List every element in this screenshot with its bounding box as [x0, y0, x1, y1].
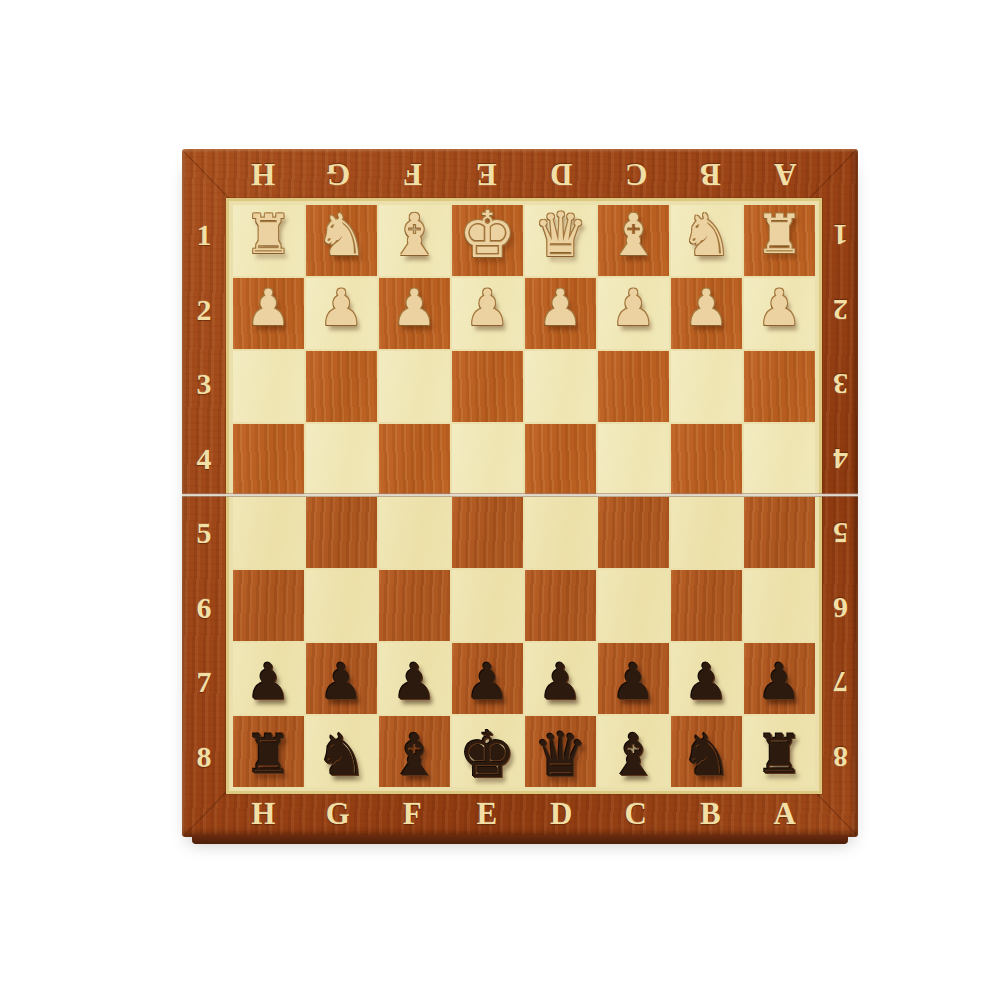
white-pawn-f2[interactable]: ♟	[392, 283, 437, 333]
black-knight-b8[interactable]: ♞	[681, 726, 733, 784]
file-label-bottom-c: C	[599, 794, 674, 834]
coordinate-text: B	[700, 796, 721, 832]
square-c2[interactable]: ♟	[598, 278, 669, 349]
coordinate-text: B	[700, 156, 721, 192]
file-label-bottom-f: F	[375, 794, 450, 834]
white-knight-g1[interactable]: ♞	[316, 206, 368, 264]
square-c6[interactable]	[598, 570, 669, 641]
file-label-bottom-d: D	[524, 794, 599, 834]
square-h3[interactable]	[233, 351, 304, 422]
file-label-top-e: E	[450, 151, 525, 197]
square-g7[interactable]: ♟	[306, 643, 377, 714]
rank-label-right-4: 4	[822, 422, 858, 497]
square-a8[interactable]: ♜	[744, 716, 815, 787]
black-pawn-b7[interactable]: ♟	[684, 657, 729, 707]
white-bishop-f1[interactable]: ♝	[389, 206, 441, 264]
square-c5[interactable]	[598, 497, 669, 568]
black-pawn-e7[interactable]: ♟	[465, 657, 510, 707]
white-queen-d1[interactable]: ♛	[533, 204, 588, 265]
square-g8[interactable]: ♞	[306, 716, 377, 787]
square-b6[interactable]	[671, 570, 742, 641]
square-a1[interactable]: ♜	[744, 205, 815, 276]
coordinate-text: 2	[197, 293, 212, 327]
white-pawn-g2[interactable]: ♟	[319, 283, 364, 333]
square-h1[interactable]: ♜	[233, 205, 304, 276]
file-label-bottom-b: B	[673, 794, 748, 834]
coordinate-text: H	[251, 796, 275, 832]
rank-label-right-5: 5	[822, 496, 858, 571]
coordinate-text: 2	[833, 293, 848, 327]
file-label-bottom-e: E	[450, 794, 525, 834]
square-h5[interactable]	[233, 497, 304, 568]
square-b3[interactable]	[671, 351, 742, 422]
file-label-top-b: B	[673, 151, 748, 197]
file-label-top-g: G	[301, 151, 376, 197]
coordinate-text: E	[476, 796, 497, 832]
rank-label-left-5: 5	[182, 496, 226, 571]
square-a2[interactable]: ♟	[744, 278, 815, 349]
file-label-top-d: D	[524, 151, 599, 197]
square-d5[interactable]	[525, 497, 596, 568]
coordinate-text: 4	[197, 442, 212, 476]
coordinate-text: A	[774, 156, 796, 192]
rank-label-right-3: 3	[822, 347, 858, 422]
square-h7[interactable]: ♟	[233, 643, 304, 714]
white-pawn-h2[interactable]: ♟	[246, 283, 291, 333]
rank-label-right-7: 7	[822, 645, 858, 720]
square-b4[interactable]	[671, 424, 742, 495]
square-c4[interactable]	[598, 424, 669, 495]
rank-label-right-6: 6	[822, 571, 858, 646]
coordinate-text: 1	[833, 218, 848, 252]
square-a5[interactable]	[744, 497, 815, 568]
black-bishop-c8[interactable]: ♝	[608, 726, 660, 784]
rank-label-left-3: 3	[182, 347, 226, 422]
coordinate-text: D	[550, 796, 572, 832]
file-labels-top: HGFEDCBA	[226, 151, 822, 197]
square-d6[interactable]	[525, 570, 596, 641]
black-pawn-a7[interactable]: ♟	[757, 657, 802, 707]
white-bishop-c1[interactable]: ♝	[608, 206, 660, 264]
square-f6[interactable]	[379, 570, 450, 641]
coordinate-text: C	[625, 796, 647, 832]
coordinate-text: 1	[197, 218, 212, 252]
square-e4[interactable]	[452, 424, 523, 495]
white-king-e1[interactable]: ♚	[459, 203, 516, 267]
square-b2[interactable]: ♟	[671, 278, 742, 349]
coordinate-text: 8	[833, 740, 848, 774]
coordinate-text: D	[550, 156, 572, 192]
coordinate-text: H	[251, 156, 275, 192]
rank-label-left-1: 1	[182, 198, 226, 273]
black-bishop-f8[interactable]: ♝	[389, 726, 441, 784]
square-h2[interactable]: ♟	[233, 278, 304, 349]
square-c1[interactable]: ♝	[598, 205, 669, 276]
black-knight-g8[interactable]: ♞	[316, 726, 368, 784]
rank-label-left-2: 2	[182, 273, 226, 348]
black-rook-h8[interactable]: ♜	[244, 728, 292, 782]
file-label-bottom-h: H	[226, 794, 301, 834]
white-pawn-a2[interactable]: ♟	[757, 283, 802, 333]
coordinate-text: 4	[833, 442, 848, 476]
square-b7[interactable]: ♟	[671, 643, 742, 714]
black-queen-d8[interactable]: ♛	[533, 724, 588, 785]
square-h8[interactable]: ♜	[233, 716, 304, 787]
rank-label-right-2: 2	[822, 273, 858, 348]
square-e5[interactable]	[452, 497, 523, 568]
square-e8[interactable]: ♚	[452, 716, 523, 787]
coordinate-text: F	[403, 156, 422, 192]
black-pawn-h7[interactable]: ♟	[246, 657, 291, 707]
square-e7[interactable]: ♟	[452, 643, 523, 714]
file-label-top-h: H	[226, 151, 301, 197]
square-g5[interactable]	[306, 497, 377, 568]
file-label-bottom-g: G	[301, 794, 376, 834]
square-f4[interactable]	[379, 424, 450, 495]
rank-label-left-4: 4	[182, 422, 226, 497]
white-pawn-e2[interactable]: ♟	[465, 283, 510, 333]
file-label-top-a: A	[748, 151, 823, 197]
square-d2[interactable]: ♟	[525, 278, 596, 349]
coordinate-text: 6	[833, 591, 848, 625]
coordinate-text: 5	[833, 516, 848, 550]
square-c8[interactable]: ♝	[598, 716, 669, 787]
square-d8[interactable]: ♛	[525, 716, 596, 787]
coordinate-text: G	[326, 156, 350, 192]
coordinate-text: 8	[197, 740, 212, 774]
product-photo-background: HGFEDCBA HGFEDCBA 12345678 12345678 ♜♞♝♚…	[0, 0, 1000, 1000]
square-f7[interactable]: ♟	[379, 643, 450, 714]
white-pawn-d2[interactable]: ♟	[538, 283, 583, 333]
square-f3[interactable]	[379, 351, 450, 422]
rank-label-left-6: 6	[182, 571, 226, 646]
file-label-top-c: C	[599, 151, 674, 197]
white-pawn-b2[interactable]: ♟	[684, 283, 729, 333]
rank-label-left-7: 7	[182, 645, 226, 720]
square-f2[interactable]: ♟	[379, 278, 450, 349]
square-f1[interactable]: ♝	[379, 205, 450, 276]
square-g1[interactable]: ♞	[306, 205, 377, 276]
square-e3[interactable]	[452, 351, 523, 422]
square-b8[interactable]: ♞	[671, 716, 742, 787]
square-g4[interactable]	[306, 424, 377, 495]
square-c3[interactable]	[598, 351, 669, 422]
coordinate-text: 3	[197, 367, 212, 401]
square-g2[interactable]: ♟	[306, 278, 377, 349]
black-pawn-g7[interactable]: ♟	[319, 657, 364, 707]
black-rook-a8[interactable]: ♜	[755, 728, 803, 782]
rank-label-right-1: 1	[822, 198, 858, 273]
black-pawn-c7[interactable]: ♟	[611, 657, 656, 707]
white-knight-b1[interactable]: ♞	[681, 206, 733, 264]
coordinate-text: G	[326, 796, 350, 832]
coordinate-text: 3	[833, 367, 848, 401]
square-f8[interactable]: ♝	[379, 716, 450, 787]
square-d1[interactable]: ♛	[525, 205, 596, 276]
file-label-top-f: F	[375, 151, 450, 197]
square-h6[interactable]	[233, 570, 304, 641]
black-king-e8[interactable]: ♚	[459, 723, 516, 787]
coordinate-text: 7	[197, 665, 212, 699]
square-e6[interactable]	[452, 570, 523, 641]
square-f5[interactable]	[379, 497, 450, 568]
square-a4[interactable]	[744, 424, 815, 495]
square-d7[interactable]: ♟	[525, 643, 596, 714]
file-label-bottom-a: A	[748, 794, 823, 834]
coordinate-text: 6	[197, 591, 212, 625]
square-a7[interactable]: ♟	[744, 643, 815, 714]
file-labels-bottom: HGFEDCBA	[226, 794, 822, 834]
square-a6[interactable]	[744, 570, 815, 641]
rank-label-left-8: 8	[182, 720, 226, 795]
square-g3[interactable]	[306, 351, 377, 422]
folding-hinge-seam	[182, 493, 858, 497]
white-rook-a1[interactable]: ♜	[755, 208, 803, 262]
board-side-edge	[192, 835, 848, 844]
coordinate-text: E	[476, 156, 497, 192]
square-b1[interactable]: ♞	[671, 205, 742, 276]
coordinate-text: C	[625, 156, 647, 192]
coordinate-text: 5	[197, 516, 212, 550]
black-pawn-d7[interactable]: ♟	[538, 657, 583, 707]
coordinate-text: 7	[833, 665, 848, 699]
square-e1[interactable]: ♚	[452, 205, 523, 276]
square-g6[interactable]	[306, 570, 377, 641]
square-e2[interactable]: ♟	[452, 278, 523, 349]
chess-board: HGFEDCBA HGFEDCBA 12345678 12345678 ♜♞♝♚…	[182, 149, 858, 837]
square-h4[interactable]	[233, 424, 304, 495]
square-c7[interactable]: ♟	[598, 643, 669, 714]
white-rook-h1[interactable]: ♜	[244, 208, 292, 262]
coordinate-text: A	[774, 796, 796, 832]
square-d4[interactable]	[525, 424, 596, 495]
square-d3[interactable]	[525, 351, 596, 422]
square-b5[interactable]	[671, 497, 742, 568]
black-pawn-f7[interactable]: ♟	[392, 657, 437, 707]
coordinate-text: F	[403, 796, 422, 832]
square-a3[interactable]	[744, 351, 815, 422]
white-pawn-c2[interactable]: ♟	[611, 283, 656, 333]
rank-label-right-8: 8	[822, 720, 858, 795]
